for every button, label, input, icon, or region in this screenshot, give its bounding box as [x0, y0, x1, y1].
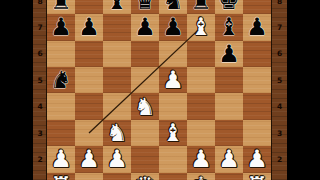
piece-white-pawn-f2: ♟ [190, 147, 212, 171]
piece-white-queen-d1: ♛ [134, 174, 156, 180]
square-d4: ♞ [131, 93, 159, 119]
piece-white-knight-c3: ♞ [106, 121, 128, 145]
rank-label-right-3: 3 [273, 129, 287, 138]
rank-label-right-2: 2 [273, 155, 287, 164]
square-b2: ♟ [75, 146, 103, 172]
square-f2: ♟ [187, 146, 215, 172]
square-h6 [243, 41, 271, 67]
square-f8: ♜ [187, 0, 215, 14]
rank-label-left-2: 2 [33, 155, 47, 164]
piece-white-rook-h1: ♜ [246, 174, 268, 180]
piece-white-pawn-a2: ♟ [50, 147, 72, 171]
piece-black-pawn-b7: ♟ [78, 15, 100, 39]
rank-label-right-5: 5 [273, 76, 287, 85]
piece-black-pawn-e7: ♟ [162, 15, 184, 39]
piece-black-pawn-d7: ♟ [134, 15, 156, 39]
piece-black-bishop-c8: ♝ [106, 0, 128, 13]
square-d8: ♛ [131, 0, 159, 14]
square-e6 [159, 41, 187, 67]
square-c3: ♞ [103, 120, 131, 146]
rank-label-left-6: 6 [33, 49, 47, 58]
square-c1 [103, 173, 131, 180]
square-a6 [47, 41, 75, 67]
square-g3 [215, 120, 243, 146]
piece-black-king-g8: ♚ [218, 0, 240, 13]
piece-black-pawn-a7: ♟ [50, 15, 72, 39]
video-frame[interactable]: ♜♝♛♞♜♚♟♟♟♟♝♝♟♟♞♟♞♞♝♟♟♟♟♟♟♜♛♚♜ 8877665544… [0, 0, 320, 180]
square-b1 [75, 173, 103, 180]
piece-white-pawn-h2: ♟ [246, 147, 268, 171]
square-a5: ♞ [47, 67, 75, 93]
square-g8: ♚ [215, 0, 243, 14]
square-h1: ♜ [243, 173, 271, 180]
square-h8 [243, 0, 271, 14]
square-e2 [159, 146, 187, 172]
piece-black-rook-a8: ♜ [50, 0, 72, 13]
square-g1 [215, 173, 243, 180]
square-a7: ♟ [47, 14, 75, 40]
square-a8: ♜ [47, 0, 75, 14]
square-c7 [103, 14, 131, 40]
square-a2: ♟ [47, 146, 75, 172]
rank-label-left-4: 4 [33, 102, 47, 111]
piece-white-bishop-f7: ♝ [190, 15, 212, 39]
square-g2: ♟ [215, 146, 243, 172]
piece-black-rook-f8: ♜ [190, 0, 212, 13]
piece-white-pawn-e5: ♟ [162, 68, 184, 92]
rank-label-left-8: 8 [33, 0, 47, 6]
piece-black-knight-a5: ♞ [50, 68, 72, 92]
square-h5 [243, 67, 271, 93]
square-d1: ♛ [131, 173, 159, 180]
square-c8: ♝ [103, 0, 131, 14]
rank-label-left-5: 5 [33, 76, 47, 85]
square-d6 [131, 41, 159, 67]
piece-white-bishop-e3: ♝ [162, 121, 184, 145]
rank-label-right-6: 6 [273, 49, 287, 58]
square-c6 [103, 41, 131, 67]
piece-black-pawn-g6: ♟ [218, 42, 240, 66]
square-a3 [47, 120, 75, 146]
square-g6: ♟ [215, 41, 243, 67]
rank-label-right-7: 7 [273, 23, 287, 32]
square-d3 [131, 120, 159, 146]
square-a4 [47, 93, 75, 119]
square-d7: ♟ [131, 14, 159, 40]
square-h7: ♟ [243, 14, 271, 40]
square-b8 [75, 0, 103, 14]
square-e4 [159, 93, 187, 119]
square-d2 [131, 146, 159, 172]
rank-label-left-7: 7 [33, 23, 47, 32]
square-g4 [215, 93, 243, 119]
piece-white-pawn-g2: ♟ [218, 147, 240, 171]
square-b5 [75, 67, 103, 93]
piece-black-bishop-g7: ♝ [218, 15, 240, 39]
square-e7: ♟ [159, 14, 187, 40]
square-b3 [75, 120, 103, 146]
square-e1 [159, 173, 187, 180]
piece-white-rook-a1: ♜ [50, 174, 72, 180]
square-f3 [187, 120, 215, 146]
square-c5 [103, 67, 131, 93]
square-g7: ♝ [215, 14, 243, 40]
square-f7: ♝ [187, 14, 215, 40]
square-h4 [243, 93, 271, 119]
piece-black-queen-d8: ♛ [134, 0, 156, 13]
square-b6 [75, 41, 103, 67]
piece-black-pawn-h7: ♟ [246, 15, 268, 39]
square-d5 [131, 67, 159, 93]
square-c4 [103, 93, 131, 119]
square-f4 [187, 93, 215, 119]
square-g5 [215, 67, 243, 93]
rank-label-left-3: 3 [33, 129, 47, 138]
square-c2: ♟ [103, 146, 131, 172]
piece-white-king-f1: ♚ [190, 174, 212, 180]
square-e8: ♞ [159, 0, 187, 14]
square-e5: ♟ [159, 67, 187, 93]
square-a1: ♜ [47, 173, 75, 180]
chess-board: ♜♝♛♞♜♚♟♟♟♟♝♝♟♟♞♟♞♞♝♟♟♟♟♟♟♜♛♚♜ [47, 0, 271, 180]
square-e3: ♝ [159, 120, 187, 146]
rank-label-right-8: 8 [273, 0, 287, 6]
piece-white-pawn-b2: ♟ [78, 147, 100, 171]
rank-label-right-4: 4 [273, 102, 287, 111]
square-h3 [243, 120, 271, 146]
piece-white-pawn-c2: ♟ [106, 147, 128, 171]
piece-white-knight-d4: ♞ [134, 95, 156, 119]
square-f6 [187, 41, 215, 67]
square-b7: ♟ [75, 14, 103, 40]
piece-black-knight-e8: ♞ [162, 0, 184, 13]
square-b4 [75, 93, 103, 119]
square-h2: ♟ [243, 146, 271, 172]
square-f5 [187, 67, 215, 93]
square-f1: ♚ [187, 173, 215, 180]
